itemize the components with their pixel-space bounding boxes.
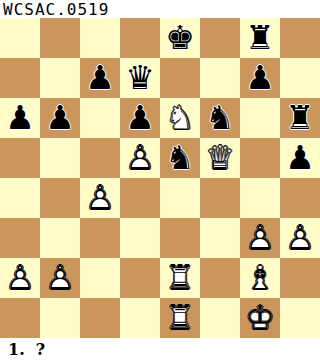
square-f4[interactable] [200,178,240,218]
square-a5[interactable] [0,138,40,178]
square-d4[interactable] [120,178,160,218]
square-d7[interactable]: ♛ [120,58,160,98]
square-a1[interactable] [0,298,40,338]
white-knight: ♞♘ [160,98,200,138]
square-h5[interactable]: ♟ [280,138,320,178]
white-bishop: ♝♗ [240,258,280,298]
square-f7[interactable] [200,58,240,98]
square-d2[interactable] [120,258,160,298]
square-a8[interactable] [0,18,40,58]
square-e1[interactable]: ♜♖ [160,298,200,338]
square-c1[interactable] [80,298,120,338]
square-f2[interactable] [200,258,240,298]
square-f8[interactable] [200,18,240,58]
square-c5[interactable] [80,138,120,178]
square-h1[interactable] [280,298,320,338]
square-c2[interactable] [80,258,120,298]
square-g4[interactable] [240,178,280,218]
white-rook: ♜♖ [160,298,200,338]
black-rook: ♜ [240,18,280,58]
white-pawn: ♟♙ [40,258,80,298]
black-pawn: ♟ [40,98,80,138]
white-pawn: ♟♙ [120,138,160,178]
square-e7[interactable] [160,58,200,98]
black-pawn: ♟ [120,98,160,138]
square-h4[interactable] [280,178,320,218]
black-queen: ♛ [120,58,160,98]
title-bar: WCSAC.0519 [0,0,320,18]
black-king: ♚ [160,18,200,58]
black-knight: ♞ [200,98,240,138]
black-knight: ♞ [160,138,200,178]
status-bar: 1. ? [0,338,320,360]
square-f1[interactable] [200,298,240,338]
square-g5[interactable] [240,138,280,178]
square-g8[interactable]: ♜ [240,18,280,58]
square-b6[interactable]: ♟ [40,98,80,138]
square-e4[interactable] [160,178,200,218]
square-c4[interactable]: ♟♙ [80,178,120,218]
square-b7[interactable] [40,58,80,98]
white-pawn: ♟♙ [0,258,40,298]
white-king: ♚♔ [240,298,280,338]
square-b1[interactable] [40,298,80,338]
square-c7[interactable]: ♟ [80,58,120,98]
square-b4[interactable] [40,178,80,218]
square-g7[interactable]: ♟ [240,58,280,98]
square-h2[interactable] [280,258,320,298]
white-pawn: ♟♙ [240,218,280,258]
square-a4[interactable] [0,178,40,218]
square-g1[interactable]: ♚♔ [240,298,280,338]
square-b5[interactable] [40,138,80,178]
square-e3[interactable] [160,218,200,258]
black-pawn: ♟ [80,58,120,98]
square-c6[interactable] [80,98,120,138]
chess-board: ♚♜♟♛♟♟♟♟♞♘♞♜♟♙♞♛♕♟♟♙♟♙♟♙♟♙♟♙♜♖♝♗♜♖♚♔ [0,18,320,338]
square-e5[interactable]: ♞ [160,138,200,178]
square-e8[interactable]: ♚ [160,18,200,58]
square-h7[interactable] [280,58,320,98]
move-prompt: 1. ? [0,340,45,359]
square-c8[interactable] [80,18,120,58]
puzzle-title: WCSAC.0519 [0,0,109,19]
square-a2[interactable]: ♟♙ [0,258,40,298]
square-e6[interactable]: ♞♘ [160,98,200,138]
square-f6[interactable]: ♞ [200,98,240,138]
square-a3[interactable] [0,218,40,258]
square-h3[interactable]: ♟♙ [280,218,320,258]
square-d5[interactable]: ♟♙ [120,138,160,178]
square-e2[interactable]: ♜♖ [160,258,200,298]
square-b3[interactable] [40,218,80,258]
square-d6[interactable]: ♟ [120,98,160,138]
square-g6[interactable] [240,98,280,138]
white-pawn: ♟♙ [80,178,120,218]
square-d8[interactable] [120,18,160,58]
black-pawn: ♟ [240,58,280,98]
square-h6[interactable]: ♜ [280,98,320,138]
square-f3[interactable] [200,218,240,258]
square-f5[interactable]: ♛♕ [200,138,240,178]
black-pawn: ♟ [280,138,320,178]
square-b2[interactable]: ♟♙ [40,258,80,298]
square-h8[interactable] [280,18,320,58]
square-d3[interactable] [120,218,160,258]
white-rook: ♜♖ [160,258,200,298]
square-d1[interactable] [120,298,160,338]
square-g2[interactable]: ♝♗ [240,258,280,298]
white-pawn: ♟♙ [280,218,320,258]
square-a6[interactable]: ♟ [0,98,40,138]
square-g3[interactable]: ♟♙ [240,218,280,258]
black-pawn: ♟ [0,98,40,138]
square-c3[interactable] [80,218,120,258]
square-a7[interactable] [0,58,40,98]
white-queen: ♛♕ [200,138,240,178]
black-rook: ♜ [280,98,320,138]
square-b8[interactable] [40,18,80,58]
